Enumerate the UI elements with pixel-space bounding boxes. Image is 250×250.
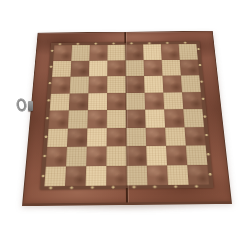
board-square <box>87 110 107 128</box>
board-square <box>182 92 202 109</box>
board-square <box>86 166 107 186</box>
board-square <box>48 110 68 128</box>
board-square <box>145 109 165 127</box>
board-square <box>70 76 89 93</box>
board-square <box>125 44 143 60</box>
board-square <box>66 147 87 166</box>
board-square <box>106 146 126 165</box>
board-square <box>126 92 145 109</box>
board-square <box>146 146 167 165</box>
board-square <box>107 93 126 110</box>
board-square <box>126 146 146 165</box>
clasp-ring <box>17 96 33 115</box>
board-square <box>69 93 89 110</box>
clasp-ring-loop <box>16 98 27 111</box>
board-square <box>126 127 146 146</box>
board-square <box>86 146 106 165</box>
board-square <box>50 93 70 110</box>
board-square <box>67 128 87 147</box>
board-square <box>162 59 181 75</box>
fold-seam-bottom <box>126 188 128 202</box>
board-square <box>183 109 204 127</box>
board-square <box>68 110 88 128</box>
board-square <box>52 61 71 77</box>
product-photo-canvas <box>0 0 250 250</box>
fold-seam-top <box>124 32 126 42</box>
board-square <box>167 165 189 185</box>
board-square <box>107 60 125 76</box>
board-square <box>180 59 200 75</box>
board-square <box>164 109 184 127</box>
board-square <box>145 92 165 109</box>
board-square <box>65 166 86 186</box>
board-frame <box>22 31 232 206</box>
board-square <box>144 60 163 76</box>
board-square <box>44 166 66 186</box>
board-square <box>89 45 107 61</box>
chess-board <box>22 31 232 206</box>
board-square <box>53 45 72 61</box>
board-square <box>107 45 125 61</box>
board-square <box>143 44 162 60</box>
board-square <box>179 44 198 60</box>
board-square <box>184 127 205 146</box>
board-square <box>186 145 208 164</box>
board-square <box>107 76 126 93</box>
board-square <box>71 45 90 61</box>
board-square <box>147 165 168 185</box>
board-square <box>125 60 144 76</box>
board-square <box>165 127 186 146</box>
board-square <box>107 110 126 128</box>
clasp-mount <box>28 101 33 111</box>
board-square <box>162 75 182 92</box>
board-square <box>187 165 209 185</box>
board-square <box>181 75 201 92</box>
board-square <box>46 147 67 166</box>
board-square <box>163 92 183 109</box>
board-square <box>146 127 166 146</box>
board-square <box>106 165 127 185</box>
board-square <box>88 76 107 93</box>
board-square <box>70 60 89 76</box>
board-square <box>89 60 108 76</box>
board-square <box>47 128 68 147</box>
board-square <box>88 93 107 110</box>
board-square <box>166 146 187 165</box>
board-square <box>51 77 71 94</box>
board-square <box>126 76 145 93</box>
board-square <box>126 110 146 128</box>
board-square <box>144 76 163 93</box>
board-square <box>127 165 148 185</box>
board-square <box>107 128 127 147</box>
board-square <box>87 128 107 147</box>
board-square <box>161 44 180 60</box>
